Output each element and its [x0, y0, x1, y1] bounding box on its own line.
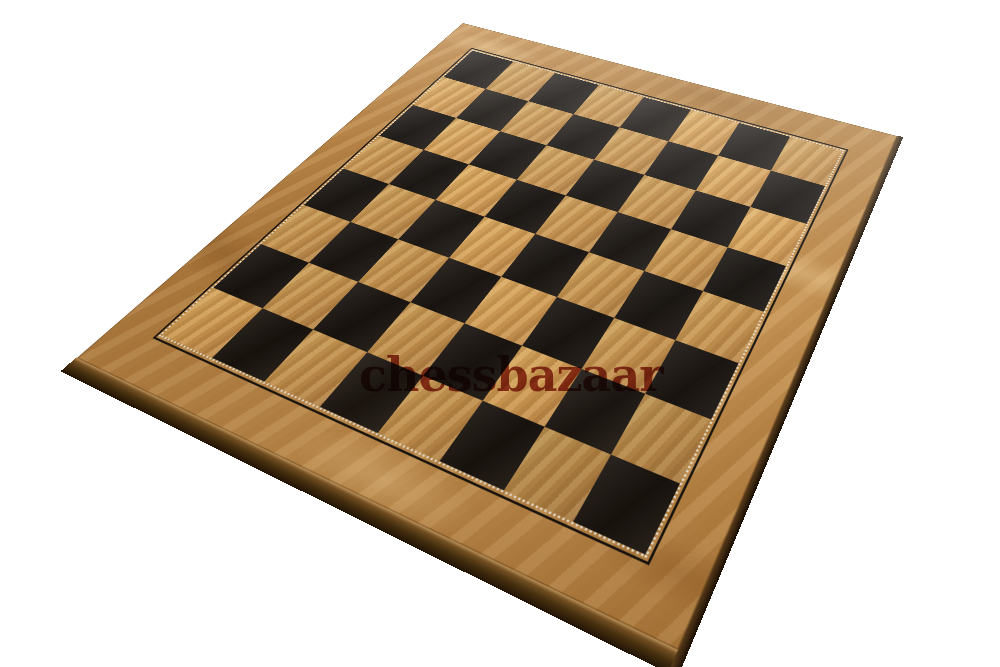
- product-photo: chessbazaar: [0, 0, 1000, 667]
- watermark-text: chessbazaar: [359, 352, 662, 398]
- chess-board: [77, 23, 897, 650]
